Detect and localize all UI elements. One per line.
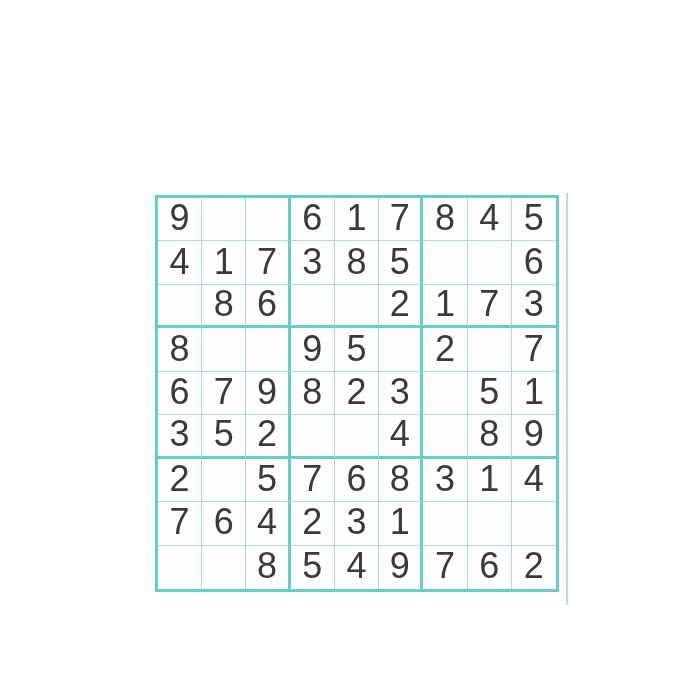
cell-r2c1: 4	[158, 241, 202, 284]
cell-r4c4: 9	[291, 328, 335, 371]
cell-r1c8: 4	[468, 198, 512, 241]
cell-r8c6: 1	[379, 502, 423, 545]
cell-r4c8[interactable]	[468, 328, 512, 371]
cell-r1c2[interactable]	[202, 198, 246, 241]
cell-r8c4: 2	[291, 502, 335, 545]
cell-r9c5: 4	[335, 546, 379, 589]
cell-r6c1: 3	[158, 415, 202, 458]
cell-r3c2: 8	[202, 285, 246, 328]
cell-r3c7: 1	[423, 285, 467, 328]
cell-r1c1: 9	[158, 198, 202, 241]
cell-r5c8: 5	[468, 372, 512, 415]
cell-r5c7[interactable]	[423, 372, 467, 415]
cell-r5c4: 8	[291, 372, 335, 415]
cell-r8c1: 7	[158, 502, 202, 545]
cell-r4c7: 2	[423, 328, 467, 371]
cell-r7c1: 2	[158, 459, 202, 502]
page: 9617845417385686217389527679823513524892…	[0, 0, 700, 700]
cell-r4c3[interactable]	[246, 328, 290, 371]
cell-r4c5: 5	[335, 328, 379, 371]
cell-r9c7: 7	[423, 546, 467, 589]
cell-r1c7: 8	[423, 198, 467, 241]
cell-r6c3: 2	[246, 415, 290, 458]
cell-r4c2[interactable]	[202, 328, 246, 371]
cell-r8c7[interactable]	[423, 502, 467, 545]
cell-r5c2: 7	[202, 372, 246, 415]
cell-r5c1: 6	[158, 372, 202, 415]
cell-r3c4[interactable]	[291, 285, 335, 328]
cell-r2c7[interactable]	[423, 241, 467, 284]
cell-r7c8: 1	[468, 459, 512, 502]
cell-r8c3: 4	[246, 502, 290, 545]
cell-r9c1[interactable]	[158, 546, 202, 589]
cell-r5c6: 3	[379, 372, 423, 415]
cell-r6c4[interactable]	[291, 415, 335, 458]
cell-r9c2[interactable]	[202, 546, 246, 589]
cell-r1c6: 7	[379, 198, 423, 241]
cell-r3c9: 3	[512, 285, 556, 328]
cell-r3c1[interactable]	[158, 285, 202, 328]
cell-r2c5: 8	[335, 241, 379, 284]
cell-r1c9: 5	[512, 198, 556, 241]
cell-r3c3: 6	[246, 285, 290, 328]
cell-r6c6: 4	[379, 415, 423, 458]
cell-r1c3[interactable]	[246, 198, 290, 241]
cell-r8c8[interactable]	[468, 502, 512, 545]
cell-r6c9: 9	[512, 415, 556, 458]
cell-r5c5: 2	[335, 372, 379, 415]
cell-r7c3: 5	[246, 459, 290, 502]
cell-r7c4: 7	[291, 459, 335, 502]
cell-r3c6: 2	[379, 285, 423, 328]
cell-r2c2: 1	[202, 241, 246, 284]
cell-r6c7[interactable]	[423, 415, 467, 458]
cell-r7c5: 6	[335, 459, 379, 502]
cell-r3c5[interactable]	[335, 285, 379, 328]
cell-r2c3: 7	[246, 241, 290, 284]
cell-r7c6: 8	[379, 459, 423, 502]
cell-r8c9[interactable]	[512, 502, 556, 545]
cell-r4c6[interactable]	[379, 328, 423, 371]
cell-r4c1: 8	[158, 328, 202, 371]
sudoku-board: 9617845417385686217389527679823513524892…	[155, 195, 559, 592]
cell-r9c8: 6	[468, 546, 512, 589]
cell-r9c9: 2	[512, 546, 556, 589]
cell-r4c9: 7	[512, 328, 556, 371]
cell-r2c4: 3	[291, 241, 335, 284]
cell-r9c6: 9	[379, 546, 423, 589]
cell-r5c9: 1	[512, 372, 556, 415]
cell-r6c2: 5	[202, 415, 246, 458]
cell-r8c2: 6	[202, 502, 246, 545]
cell-r9c3: 8	[246, 546, 290, 589]
cell-r1c5: 1	[335, 198, 379, 241]
cell-r7c7: 3	[423, 459, 467, 502]
cell-r9c4: 5	[291, 546, 335, 589]
cell-r6c5[interactable]	[335, 415, 379, 458]
cell-r2c8[interactable]	[468, 241, 512, 284]
cell-r7c9: 4	[512, 459, 556, 502]
cell-r1c4: 6	[291, 198, 335, 241]
cell-r3c8: 7	[468, 285, 512, 328]
stray-grid-line	[566, 193, 568, 605]
cell-r2c9: 6	[512, 241, 556, 284]
cell-r2c6: 5	[379, 241, 423, 284]
cell-r5c3: 9	[246, 372, 290, 415]
cell-r7c2[interactable]	[202, 459, 246, 502]
cell-r6c8: 8	[468, 415, 512, 458]
cell-r8c5: 3	[335, 502, 379, 545]
